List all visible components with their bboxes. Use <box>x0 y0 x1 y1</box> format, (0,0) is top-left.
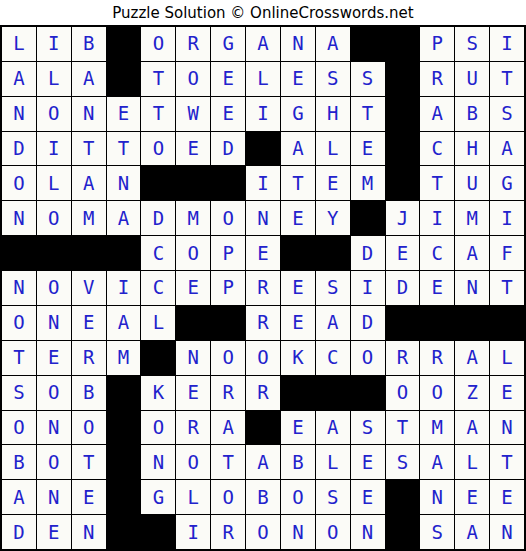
crossword-grid: LIBORGANAPSIALATOELESSRUTNONETWEIGHTABSD… <box>0 25 526 551</box>
letter-cell-r14c7: O <box>211 480 245 514</box>
letter-cell-r1c10: A <box>316 27 350 61</box>
letter-cell-r1c2: I <box>37 27 71 61</box>
letter-cell-r9c3: E <box>72 306 106 340</box>
letter-cell-r13c13: A <box>420 445 454 479</box>
block-cell-r9c15 <box>490 306 524 340</box>
letter-cell-r8c5: C <box>141 271 175 305</box>
letter-cell-r6c3: M <box>72 201 106 235</box>
letter-cell-r3c7: E <box>211 97 245 131</box>
letter-cell-r4c13: C <box>420 132 454 166</box>
letter-cell-r9c8: R <box>246 306 280 340</box>
letter-cell-r5c10: E <box>316 166 350 200</box>
letter-cell-r13c9: B <box>281 445 315 479</box>
letter-cell-r13c7: T <box>211 445 245 479</box>
letter-cell-r12c6: R <box>176 411 210 445</box>
letter-cell-r2c7: E <box>211 62 245 96</box>
letter-cell-r8c12: D <box>386 271 420 305</box>
letter-cell-r6c6: M <box>176 201 210 235</box>
letter-cell-r12c15: N <box>490 411 524 445</box>
letter-cell-r11c5: K <box>141 376 175 410</box>
letter-cell-r14c3: E <box>72 480 106 514</box>
letter-cell-r11c2: O <box>37 376 71 410</box>
letter-cell-r5c14: U <box>455 166 489 200</box>
letter-cell-r15c14: A <box>455 515 489 549</box>
letter-cell-r2c2: L <box>37 62 71 96</box>
letter-cell-r5c3: A <box>72 166 106 200</box>
letter-cell-r12c7: A <box>211 411 245 445</box>
letter-cell-r4c3: T <box>72 132 106 166</box>
letter-cell-r6c4: A <box>107 201 141 235</box>
letter-cell-r7c11: D <box>351 236 385 270</box>
letter-cell-r3c8: I <box>246 97 280 131</box>
letter-cell-r5c2: L <box>37 166 71 200</box>
letter-cell-r2c13: R <box>420 62 454 96</box>
block-cell-r7c3 <box>72 236 106 270</box>
block-cell-r7c9 <box>281 236 315 270</box>
letter-cell-r2c9: E <box>281 62 315 96</box>
letter-cell-r10c11: O <box>351 341 385 375</box>
letter-cell-r4c1: D <box>2 132 36 166</box>
block-cell-r12c8 <box>246 411 280 445</box>
letter-cell-r4c7: D <box>211 132 245 166</box>
block-cell-r4c8 <box>246 132 280 166</box>
letter-cell-r3c14: B <box>455 97 489 131</box>
letter-cell-r15c11: N <box>351 515 385 549</box>
letter-cell-r4c9: A <box>281 132 315 166</box>
letter-cell-r10c7: O <box>211 341 245 375</box>
letter-cell-r5c1: O <box>2 166 36 200</box>
letter-cell-r9c10: A <box>316 306 350 340</box>
block-cell-r5c12 <box>386 166 420 200</box>
letter-cell-r3c11: T <box>351 97 385 131</box>
letter-cell-r13c3: T <box>72 445 106 479</box>
letter-cell-r10c2: E <box>37 341 71 375</box>
letter-cell-r10c14: A <box>455 341 489 375</box>
letter-cell-r3c9: G <box>281 97 315 131</box>
letter-cell-r5c15: G <box>490 166 524 200</box>
block-cell-r15c4 <box>107 515 141 549</box>
letter-cell-r5c13: T <box>420 166 454 200</box>
letter-cell-r10c1: T <box>2 341 36 375</box>
letter-cell-r15c15: N <box>490 515 524 549</box>
letter-cell-r3c1: N <box>2 97 36 131</box>
letter-cell-r15c8: O <box>246 515 280 549</box>
letter-cell-r15c3: N <box>72 515 106 549</box>
letter-cell-r15c1: D <box>2 515 36 549</box>
letter-cell-r9c9: E <box>281 306 315 340</box>
block-cell-r2c4 <box>107 62 141 96</box>
letter-cell-r6c5: D <box>141 201 175 235</box>
letter-cell-r4c4: T <box>107 132 141 166</box>
block-cell-r11c10 <box>316 376 350 410</box>
letter-cell-r7c14: A <box>455 236 489 270</box>
letter-cell-r2c6: O <box>176 62 210 96</box>
letter-cell-r10c13: R <box>420 341 454 375</box>
letter-cell-r3c5: T <box>141 97 175 131</box>
letter-cell-r3c10: H <box>316 97 350 131</box>
block-cell-r5c5 <box>141 166 175 200</box>
letter-cell-r4c6: E <box>176 132 210 166</box>
letter-cell-r14c1: A <box>2 480 36 514</box>
letter-cell-r4c10: L <box>316 132 350 166</box>
letter-cell-r1c9: N <box>281 27 315 61</box>
letter-cell-r6c8: N <box>246 201 280 235</box>
block-cell-r5c6 <box>176 166 210 200</box>
letter-cell-r15c2: E <box>37 515 71 549</box>
letter-cell-r10c10: C <box>316 341 350 375</box>
letter-cell-r12c10: A <box>316 411 350 445</box>
block-cell-r9c12 <box>386 306 420 340</box>
letter-cell-r9c1: O <box>2 306 36 340</box>
block-cell-r7c10 <box>316 236 350 270</box>
letter-cell-r8c6: E <box>176 271 210 305</box>
letter-cell-r1c14: S <box>455 27 489 61</box>
letter-cell-r1c8: A <box>246 27 280 61</box>
letter-cell-r6c1: N <box>2 201 36 235</box>
letter-cell-r6c12: J <box>386 201 420 235</box>
letter-cell-r9c5: L <box>141 306 175 340</box>
letter-cell-r14c10: S <box>316 480 350 514</box>
letter-cell-r5c4: N <box>107 166 141 200</box>
letter-cell-r11c12: O <box>386 376 420 410</box>
letter-cell-r8c9: E <box>281 271 315 305</box>
letter-cell-r4c11: E <box>351 132 385 166</box>
letter-cell-r5c9: T <box>281 166 315 200</box>
letter-cell-r8c15: T <box>490 271 524 305</box>
letter-cell-r13c15: T <box>490 445 524 479</box>
letter-cell-r11c6: E <box>176 376 210 410</box>
letter-cell-r3c2: O <box>37 97 71 131</box>
letter-cell-r8c8: R <box>246 271 280 305</box>
letter-cell-r1c5: O <box>141 27 175 61</box>
letter-cell-r12c5: O <box>141 411 175 445</box>
letter-cell-r2c14: U <box>455 62 489 96</box>
letter-cell-r8c14: N <box>455 271 489 305</box>
letter-cell-r1c13: P <box>420 27 454 61</box>
letter-cell-r9c2: N <box>37 306 71 340</box>
letter-cell-r4c14: H <box>455 132 489 166</box>
letter-cell-r15c13: S <box>420 515 454 549</box>
letter-cell-r14c14: E <box>455 480 489 514</box>
letter-cell-r10c9: K <box>281 341 315 375</box>
block-cell-r11c9 <box>281 376 315 410</box>
letter-cell-r3c4: E <box>107 97 141 131</box>
letter-cell-r1c3: B <box>72 27 106 61</box>
letter-cell-r11c7: R <box>211 376 245 410</box>
letter-cell-r11c1: S <box>2 376 36 410</box>
letter-cell-r8c7: P <box>211 271 245 305</box>
letter-cell-r5c8: I <box>246 166 280 200</box>
letter-cell-r14c13: N <box>420 480 454 514</box>
letter-cell-r10c3: R <box>72 341 106 375</box>
letter-cell-r4c5: O <box>141 132 175 166</box>
letter-cell-r11c13: O <box>420 376 454 410</box>
letter-cell-r13c11: E <box>351 445 385 479</box>
letter-cell-r14c2: N <box>37 480 71 514</box>
letter-cell-r10c15: L <box>490 341 524 375</box>
letter-cell-r15c10: O <box>316 515 350 549</box>
block-cell-r4c12 <box>386 132 420 166</box>
letter-cell-r15c9: N <box>281 515 315 549</box>
letter-cell-r13c5: N <box>141 445 175 479</box>
block-cell-r11c11 <box>351 376 385 410</box>
block-cell-r14c4 <box>107 480 141 514</box>
block-cell-r6c11 <box>351 201 385 235</box>
letter-cell-r12c12: T <box>386 411 420 445</box>
block-cell-r9c14 <box>455 306 489 340</box>
letter-cell-r2c10: S <box>316 62 350 96</box>
block-cell-r11c4 <box>107 376 141 410</box>
letter-cell-r13c12: S <box>386 445 420 479</box>
letter-cell-r8c3: V <box>72 271 106 305</box>
letter-cell-r6c7: O <box>211 201 245 235</box>
letter-cell-r2c8: L <box>246 62 280 96</box>
letter-cell-r8c4: I <box>107 271 141 305</box>
letter-cell-r10c12: R <box>386 341 420 375</box>
letter-cell-r11c8: R <box>246 376 280 410</box>
letter-cell-r1c7: G <box>211 27 245 61</box>
block-cell-r14c12 <box>386 480 420 514</box>
letter-cell-r2c11: S <box>351 62 385 96</box>
letter-cell-r8c1: N <box>2 271 36 305</box>
letter-cell-r12c3: O <box>72 411 106 445</box>
letter-cell-r15c6: I <box>176 515 210 549</box>
block-cell-r1c12 <box>386 27 420 61</box>
letter-cell-r9c11: D <box>351 306 385 340</box>
letter-cell-r3c6: W <box>176 97 210 131</box>
letter-cell-r8c10: S <box>316 271 350 305</box>
block-cell-r9c7 <box>211 306 245 340</box>
letter-cell-r4c2: I <box>37 132 71 166</box>
letter-cell-r2c3: A <box>72 62 106 96</box>
block-cell-r9c6 <box>176 306 210 340</box>
block-cell-r2c12 <box>386 62 420 96</box>
letter-cell-r5c11: M <box>351 166 385 200</box>
letter-cell-r14c9: O <box>281 480 315 514</box>
letter-cell-r7c12: E <box>386 236 420 270</box>
letter-cell-r1c15: I <box>490 27 524 61</box>
letter-cell-r2c15: T <box>490 62 524 96</box>
letter-cell-r3c13: A <box>420 97 454 131</box>
letter-cell-r2c5: T <box>141 62 175 96</box>
letter-cell-r8c2: O <box>37 271 71 305</box>
letter-cell-r12c14: A <box>455 411 489 445</box>
letter-cell-r11c14: Z <box>455 376 489 410</box>
letter-cell-r12c13: M <box>420 411 454 445</box>
letter-cell-r9c4: A <box>107 306 141 340</box>
letter-cell-r10c8: O <box>246 341 280 375</box>
letter-cell-r14c6: L <box>176 480 210 514</box>
letter-cell-r14c15: E <box>490 480 524 514</box>
block-cell-r12c4 <box>107 411 141 445</box>
letter-cell-r7c8: E <box>246 236 280 270</box>
block-cell-r15c5 <box>141 515 175 549</box>
letter-cell-r8c13: E <box>420 271 454 305</box>
letter-cell-r6c9: E <box>281 201 315 235</box>
letter-cell-r11c3: B <box>72 376 106 410</box>
letter-cell-r6c14: M <box>455 201 489 235</box>
letter-cell-r13c8: A <box>246 445 280 479</box>
letter-cell-r7c7: P <box>211 236 245 270</box>
letter-cell-r6c10: Y <box>316 201 350 235</box>
letter-cell-r12c1: O <box>2 411 36 445</box>
letter-cell-r1c6: R <box>176 27 210 61</box>
letter-cell-r12c11: S <box>351 411 385 445</box>
letter-cell-r13c1: B <box>2 445 36 479</box>
block-cell-r15c12 <box>386 515 420 549</box>
block-cell-r1c4 <box>107 27 141 61</box>
letter-cell-r13c6: O <box>176 445 210 479</box>
letter-cell-r12c2: N <box>37 411 71 445</box>
letter-cell-r6c15: I <box>490 201 524 235</box>
letter-cell-r14c11: E <box>351 480 385 514</box>
block-cell-r9c13 <box>420 306 454 340</box>
letter-cell-r10c6: N <box>176 341 210 375</box>
letter-cell-r13c14: L <box>455 445 489 479</box>
letter-cell-r2c1: A <box>2 62 36 96</box>
letter-cell-r4c15: A <box>490 132 524 166</box>
letter-cell-r7c5: C <box>141 236 175 270</box>
block-cell-r7c1 <box>2 236 36 270</box>
block-cell-r7c4 <box>107 236 141 270</box>
letter-cell-r11c15: E <box>490 376 524 410</box>
letter-cell-r10c4: M <box>107 341 141 375</box>
letter-cell-r7c13: C <box>420 236 454 270</box>
letter-cell-r13c2: O <box>37 445 71 479</box>
letter-cell-r15c7: R <box>211 515 245 549</box>
block-cell-r1c11 <box>351 27 385 61</box>
letter-cell-r7c6: O <box>176 236 210 270</box>
block-cell-r13c4 <box>107 445 141 479</box>
letter-cell-r13c10: L <box>316 445 350 479</box>
letter-cell-r14c8: B <box>246 480 280 514</box>
letter-cell-r3c3: N <box>72 97 106 131</box>
block-cell-r5c7 <box>211 166 245 200</box>
letter-cell-r6c2: O <box>37 201 71 235</box>
letter-cell-r6c13: I <box>420 201 454 235</box>
letter-cell-r7c15: F <box>490 236 524 270</box>
block-cell-r3c12 <box>386 97 420 131</box>
letter-cell-r12c9: E <box>281 411 315 445</box>
letter-cell-r1c1: L <box>2 27 36 61</box>
letter-cell-r8c11: I <box>351 271 385 305</box>
page-title: Puzzle Solution © OnlineCrosswords.net <box>0 0 526 25</box>
letter-cell-r3c15: S <box>490 97 524 131</box>
block-cell-r10c5 <box>141 341 175 375</box>
block-cell-r7c2 <box>37 236 71 270</box>
letter-cell-r14c5: G <box>141 480 175 514</box>
